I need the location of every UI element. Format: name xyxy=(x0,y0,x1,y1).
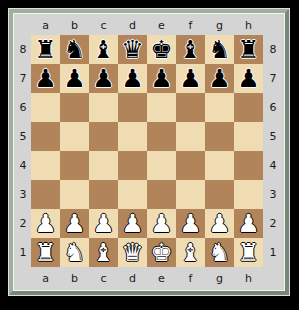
piece-black-bishop[interactable]: ♝ xyxy=(179,37,201,62)
square-b7[interactable]: ♟ xyxy=(60,64,89,93)
piece-white-bishop[interactable]: ♝ xyxy=(92,240,114,265)
rank-label-2: 2 xyxy=(15,209,31,238)
square-g8[interactable]: ♞ xyxy=(205,35,234,64)
square-b6[interactable] xyxy=(60,93,89,122)
rank-label-4: 4 xyxy=(15,151,31,180)
file-labels-bottom: abcdefgh xyxy=(31,267,263,289)
square-a2[interactable]: ♟ xyxy=(31,209,60,238)
piece-white-knight[interactable]: ♞ xyxy=(208,240,230,265)
square-d8[interactable]: ♛ xyxy=(118,35,147,64)
piece-black-rook[interactable]: ♜ xyxy=(34,37,56,62)
rank-label-4: 4 xyxy=(263,151,283,180)
square-c2[interactable]: ♟ xyxy=(89,209,118,238)
piece-white-pawn[interactable]: ♟ xyxy=(179,211,201,236)
square-a4[interactable] xyxy=(31,151,60,180)
square-d4[interactable] xyxy=(118,151,147,180)
file-label-h: h xyxy=(234,20,263,31)
piece-white-pawn[interactable]: ♟ xyxy=(208,211,230,236)
piece-black-bishop[interactable]: ♝ xyxy=(92,37,114,62)
piece-black-knight[interactable]: ♞ xyxy=(208,37,230,62)
square-c4[interactable] xyxy=(89,151,118,180)
board-margin: abcdefgh 87654321 ♜♞♝♛♚♝♞♜♟♟♟♟♟♟♟♟♟♟♟♟♟♟… xyxy=(13,13,285,291)
piece-white-pawn[interactable]: ♟ xyxy=(63,211,85,236)
square-d1[interactable]: ♛ xyxy=(118,238,147,267)
file-label-a: a xyxy=(31,273,60,284)
square-d2[interactable]: ♟ xyxy=(118,209,147,238)
rank-label-5: 5 xyxy=(15,122,31,151)
file-label-f: f xyxy=(176,273,205,284)
square-g4[interactable] xyxy=(205,151,234,180)
rank-label-6: 6 xyxy=(15,93,31,122)
rank-label-8: 8 xyxy=(15,35,31,64)
rank-label-1: 1 xyxy=(15,238,31,267)
piece-black-knight[interactable]: ♞ xyxy=(63,37,85,62)
square-h6[interactable] xyxy=(234,93,263,122)
piece-black-pawn[interactable]: ♟ xyxy=(237,66,259,91)
piece-black-queen[interactable]: ♛ xyxy=(121,37,143,62)
board-frame: abcdefgh 87654321 ♜♞♝♛♚♝♞♜♟♟♟♟♟♟♟♟♟♟♟♟♟♟… xyxy=(8,8,290,296)
square-a1[interactable]: ♜ xyxy=(31,238,60,267)
square-e3[interactable] xyxy=(147,180,176,209)
rank-label-8: 8 xyxy=(263,35,283,64)
piece-white-pawn[interactable]: ♟ xyxy=(92,211,114,236)
square-f1[interactable]: ♝ xyxy=(176,238,205,267)
rank-label-7: 7 xyxy=(15,64,31,93)
square-a6[interactable] xyxy=(31,93,60,122)
square-f3[interactable] xyxy=(176,180,205,209)
square-d5[interactable] xyxy=(118,122,147,151)
rank-labels-right: 87654321 xyxy=(263,35,283,267)
square-e2[interactable]: ♟ xyxy=(147,209,176,238)
file-label-e: e xyxy=(147,20,176,31)
square-c8[interactable]: ♝ xyxy=(89,35,118,64)
square-d6[interactable] xyxy=(118,93,147,122)
file-label-d: d xyxy=(118,273,147,284)
square-h3[interactable] xyxy=(234,180,263,209)
rank-label-5: 5 xyxy=(263,122,283,151)
piece-black-pawn[interactable]: ♟ xyxy=(208,66,230,91)
file-label-c: c xyxy=(89,273,118,284)
file-label-d: d xyxy=(118,20,147,31)
chess-board-window: abcdefgh 87654321 ♜♞♝♛♚♝♞♜♟♟♟♟♟♟♟♟♟♟♟♟♟♟… xyxy=(0,0,299,310)
piece-white-queen[interactable]: ♛ xyxy=(121,240,143,265)
rank-label-1: 1 xyxy=(263,238,283,267)
file-label-f: f xyxy=(176,20,205,31)
rank-label-3: 3 xyxy=(15,180,31,209)
piece-black-king[interactable]: ♚ xyxy=(150,37,172,62)
file-label-b: b xyxy=(60,273,89,284)
square-f2[interactable]: ♟ xyxy=(176,209,205,238)
square-g2[interactable]: ♟ xyxy=(205,209,234,238)
square-d7[interactable]: ♟ xyxy=(118,64,147,93)
file-label-g: g xyxy=(205,20,234,31)
piece-black-pawn[interactable]: ♟ xyxy=(34,66,56,91)
rank-label-2: 2 xyxy=(263,209,283,238)
square-c7[interactable]: ♟ xyxy=(89,64,118,93)
file-label-a: a xyxy=(31,20,60,31)
square-g5[interactable] xyxy=(205,122,234,151)
piece-black-rook[interactable]: ♜ xyxy=(237,37,259,62)
square-b2[interactable]: ♟ xyxy=(60,209,89,238)
square-h8[interactable]: ♜ xyxy=(234,35,263,64)
piece-black-pawn[interactable]: ♟ xyxy=(92,66,114,91)
square-b3[interactable] xyxy=(60,180,89,209)
square-e5[interactable] xyxy=(147,122,176,151)
square-c1[interactable]: ♝ xyxy=(89,238,118,267)
piece-white-knight[interactable]: ♞ xyxy=(63,240,85,265)
rank-label-3: 3 xyxy=(263,180,283,209)
square-a3[interactable] xyxy=(31,180,60,209)
file-label-b: b xyxy=(60,20,89,31)
file-labels-top: abcdefgh xyxy=(31,15,263,35)
square-g7[interactable]: ♟ xyxy=(205,64,234,93)
square-a7[interactable]: ♟ xyxy=(31,64,60,93)
square-f8[interactable]: ♝ xyxy=(176,35,205,64)
piece-white-pawn[interactable]: ♟ xyxy=(121,211,143,236)
square-d3[interactable] xyxy=(118,180,147,209)
square-a5[interactable] xyxy=(31,122,60,151)
square-h7[interactable]: ♟ xyxy=(234,64,263,93)
square-c5[interactable] xyxy=(89,122,118,151)
square-e6[interactable] xyxy=(147,93,176,122)
square-g3[interactable] xyxy=(205,180,234,209)
square-b8[interactable]: ♞ xyxy=(60,35,89,64)
square-f5[interactable] xyxy=(176,122,205,151)
rank-label-6: 6 xyxy=(263,93,283,122)
square-e1[interactable]: ♚ xyxy=(147,238,176,267)
file-label-g: g xyxy=(205,273,234,284)
square-g1[interactable]: ♞ xyxy=(205,238,234,267)
piece-white-rook[interactable]: ♜ xyxy=(237,240,259,265)
chess-board[interactable]: ♜♞♝♛♚♝♞♜♟♟♟♟♟♟♟♟♟♟♟♟♟♟♟♟♜♞♝♛♚♝♞♜ xyxy=(31,35,263,267)
piece-white-king[interactable]: ♚ xyxy=(150,240,172,265)
square-f7[interactable]: ♟ xyxy=(176,64,205,93)
square-h1[interactable]: ♜ xyxy=(234,238,263,267)
square-b1[interactable]: ♞ xyxy=(60,238,89,267)
square-h4[interactable] xyxy=(234,151,263,180)
square-e4[interactable] xyxy=(147,151,176,180)
square-h5[interactable] xyxy=(234,122,263,151)
square-e8[interactable]: ♚ xyxy=(147,35,176,64)
board-layout: abcdefgh 87654321 ♜♞♝♛♚♝♞♜♟♟♟♟♟♟♟♟♟♟♟♟♟♟… xyxy=(15,15,283,289)
piece-black-pawn[interactable]: ♟ xyxy=(63,66,85,91)
piece-white-rook[interactable]: ♜ xyxy=(34,240,56,265)
piece-black-pawn[interactable]: ♟ xyxy=(150,66,172,91)
piece-white-pawn[interactable]: ♟ xyxy=(150,211,172,236)
square-b5[interactable] xyxy=(60,122,89,151)
file-label-c: c xyxy=(89,20,118,31)
square-f6[interactable] xyxy=(176,93,205,122)
piece-white-pawn[interactable]: ♟ xyxy=(237,211,259,236)
piece-white-pawn[interactable]: ♟ xyxy=(34,211,56,236)
square-f4[interactable] xyxy=(176,151,205,180)
square-e7[interactable]: ♟ xyxy=(147,64,176,93)
square-b4[interactable] xyxy=(60,151,89,180)
square-a8[interactable]: ♜ xyxy=(31,35,60,64)
square-c3[interactable] xyxy=(89,180,118,209)
file-label-e: e xyxy=(147,273,176,284)
rank-label-7: 7 xyxy=(263,64,283,93)
rank-labels-left: 87654321 xyxy=(15,35,31,267)
piece-black-pawn[interactable]: ♟ xyxy=(179,66,201,91)
file-label-h: h xyxy=(234,273,263,284)
piece-white-bishop[interactable]: ♝ xyxy=(179,240,201,265)
piece-black-pawn[interactable]: ♟ xyxy=(121,66,143,91)
square-h2[interactable]: ♟ xyxy=(234,209,263,238)
square-g6[interactable] xyxy=(205,93,234,122)
square-c6[interactable] xyxy=(89,93,118,122)
